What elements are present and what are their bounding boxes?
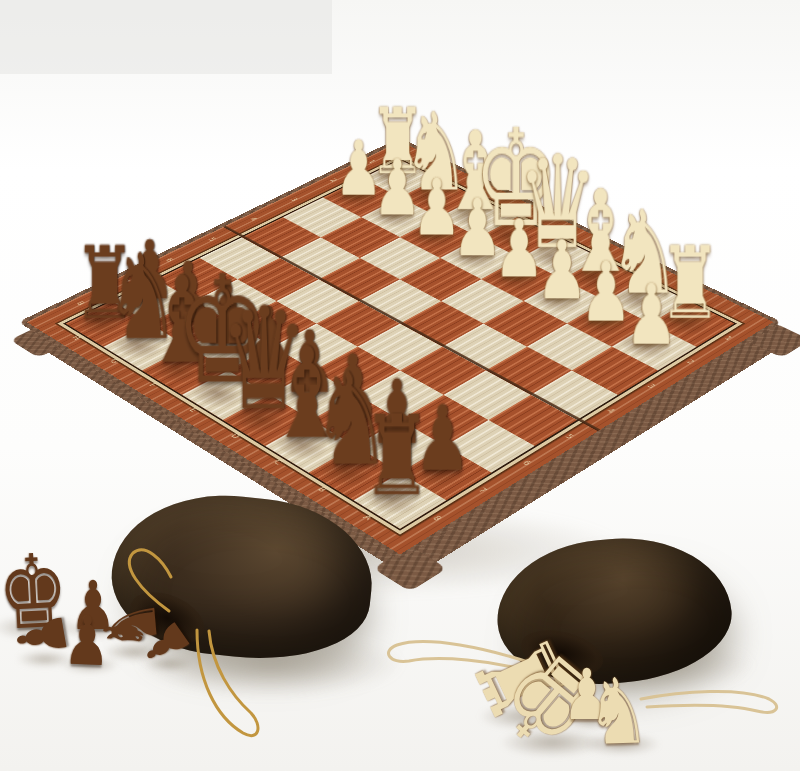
file-label-C: C [272,459,285,466]
rank-label-3: 3 [289,197,299,202]
file-label-H: H [70,334,82,341]
file-label-E: E [187,407,199,414]
rank-label-4: 4 [605,408,617,415]
file-label-D: D [229,432,242,439]
loose-white-knight[interactable]: ♞ [585,665,651,758]
square-c3[interactable] [484,301,568,347]
piece-glyph: ♟ [580,251,632,334]
piece-glyph: ♜ [361,401,431,511]
rank-label-8: 8 [431,515,443,523]
rank-label-6: 6 [521,459,533,466]
rank-label-3: 3 [646,383,657,390]
board-squares: ♜♞♝♚♛♝♞♜♟♟♟♟♟♟♟♟♟♟♟♟♟♟♟♟♜♞♝♚♛♝♞♜ [63,159,737,531]
file-label-G: G [108,358,121,365]
rank-label-1: 1 [723,335,734,341]
rank-label-5: 5 [207,237,218,242]
rank-label-4: 4 [248,216,259,221]
rank-label-2: 2 [685,359,696,365]
product-photo-scene: ♜♞♝♚♛♝♞♜♟♟♟♟♟♟♟♟♟♟♟♟♟♟♟♟♜♞♝♚♛♝♞♜ HGFEDCB… [0,0,800,771]
board-frame: ♜♞♝♚♛♝♞♜♟♟♟♟♟♟♟♟♟♟♟♟♟♟♟♟♜♞♝♚♛♝♞♜ HGFEDCB… [27,141,774,554]
rank-label-5: 5 [564,433,576,440]
file-label-B: B [316,486,329,494]
piece-glyph: ♟ [625,273,678,357]
file-label-F: F [147,382,158,388]
rank-label-7: 7 [477,487,489,494]
background-tint [0,0,332,74]
